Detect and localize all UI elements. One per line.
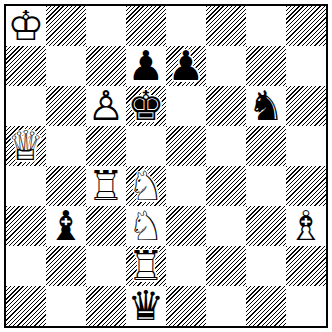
piece-glyph: ♝ [46,206,86,246]
square-e5[interactable] [166,126,206,166]
square-g7[interactable] [246,46,286,86]
piece-glyph: ♛ [126,286,166,326]
square-b4[interactable] [46,166,86,206]
square-a6[interactable] [6,86,46,126]
square-h4[interactable] [286,166,326,206]
square-e2[interactable] [166,246,206,286]
white-knight[interactable]: ♞♘ [126,166,166,206]
square-h8[interactable] [286,6,326,46]
square-g4[interactable] [246,166,286,206]
square-h5[interactable] [286,126,326,166]
piece-glyph: ♙ [86,86,126,126]
square-g5[interactable] [246,126,286,166]
black-queen[interactable]: ♛♛ [126,286,166,326]
square-b6[interactable] [46,86,86,126]
square-e7[interactable]: ♟♟ [166,46,206,86]
square-f7[interactable] [206,46,246,86]
piece-glyph: ♘ [126,166,166,206]
square-c7[interactable] [86,46,126,86]
piece-glyph: ♖ [86,166,126,206]
square-b7[interactable] [46,46,86,86]
square-b5[interactable] [46,126,86,166]
square-f8[interactable] [206,6,246,46]
square-c8[interactable] [86,6,126,46]
square-d2[interactable]: ♜♖ [126,246,166,286]
piece-glyph: ♗ [286,206,326,246]
square-c1[interactable] [86,286,126,326]
white-king[interactable]: ♚♔ [6,6,46,46]
square-a3[interactable] [6,206,46,246]
black-bishop[interactable]: ♝♝ [46,206,86,246]
black-knight[interactable]: ♞♞ [246,86,286,126]
square-c2[interactable] [86,246,126,286]
square-f4[interactable] [206,166,246,206]
chess-board: ♚♔♟♟♟♟♟♙♚♚♞♞♛♕♜♖♞♘♝♝♞♘♝♗♜♖♛♛ [4,4,328,328]
white-knight[interactable]: ♞♘ [126,206,166,246]
square-c5[interactable] [86,126,126,166]
square-b8[interactable] [46,6,86,46]
square-a4[interactable] [6,166,46,206]
square-d5[interactable] [126,126,166,166]
square-a5[interactable]: ♛♕ [6,126,46,166]
square-g6[interactable]: ♞♞ [246,86,286,126]
piece-glyph: ♔ [6,6,46,46]
square-h3[interactable]: ♝♗ [286,206,326,246]
square-b1[interactable] [46,286,86,326]
square-d3[interactable]: ♞♘ [126,206,166,246]
square-b3[interactable]: ♝♝ [46,206,86,246]
piece-glyph: ♕ [6,126,46,166]
piece-glyph: ♞ [246,86,286,126]
square-a8[interactable]: ♚♔ [6,6,46,46]
square-f3[interactable] [206,206,246,246]
square-h1[interactable] [286,286,326,326]
white-rook[interactable]: ♜♖ [86,166,126,206]
square-d7[interactable]: ♟♟ [126,46,166,86]
square-g1[interactable] [246,286,286,326]
square-e6[interactable] [166,86,206,126]
white-rook[interactable]: ♜♖ [126,246,166,286]
square-b2[interactable] [46,246,86,286]
piece-glyph: ♖ [126,246,166,286]
diagram-page: ♚♔♟♟♟♟♟♙♚♚♞♞♛♕♜♖♞♘♝♝♞♘♝♗♜♖♛♛ [0,0,332,332]
square-e3[interactable] [166,206,206,246]
square-g2[interactable] [246,246,286,286]
piece-glyph: ♟ [126,46,166,86]
square-a2[interactable] [6,246,46,286]
square-d4[interactable]: ♞♘ [126,166,166,206]
white-queen[interactable]: ♛♕ [6,126,46,166]
black-pawn[interactable]: ♟♟ [166,46,206,86]
black-pawn[interactable]: ♟♟ [126,46,166,86]
square-a1[interactable] [6,286,46,326]
square-e8[interactable] [166,6,206,46]
piece-glyph: ♘ [126,206,166,246]
square-c3[interactable] [86,206,126,246]
white-pawn[interactable]: ♟♙ [86,86,126,126]
square-c6[interactable]: ♟♙ [86,86,126,126]
square-a7[interactable] [6,46,46,86]
square-h6[interactable] [286,86,326,126]
black-king[interactable]: ♚♚ [126,86,166,126]
square-f5[interactable] [206,126,246,166]
square-h2[interactable] [286,246,326,286]
square-e1[interactable] [166,286,206,326]
square-f1[interactable] [206,286,246,326]
square-c4[interactable]: ♜♖ [86,166,126,206]
white-bishop[interactable]: ♝♗ [286,206,326,246]
square-g8[interactable] [246,6,286,46]
piece-glyph: ♟ [166,46,206,86]
square-d1[interactable]: ♛♛ [126,286,166,326]
square-h7[interactable] [286,46,326,86]
square-e4[interactable] [166,166,206,206]
square-g3[interactable] [246,206,286,246]
square-d8[interactable] [126,6,166,46]
square-f2[interactable] [206,246,246,286]
square-d6[interactable]: ♚♚ [126,86,166,126]
piece-glyph: ♚ [126,86,166,126]
square-f6[interactable] [206,86,246,126]
